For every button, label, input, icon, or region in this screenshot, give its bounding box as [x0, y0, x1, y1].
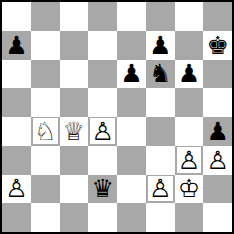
square-c6[interactable]	[60, 60, 89, 89]
square-c1[interactable]	[60, 203, 89, 232]
square-d3[interactable]	[88, 146, 117, 175]
square-g5[interactable]	[175, 88, 204, 117]
square-b7[interactable]	[31, 31, 60, 60]
square-a4[interactable]	[2, 117, 31, 146]
square-c7[interactable]	[60, 31, 89, 60]
square-a6[interactable]	[2, 60, 31, 89]
square-e5[interactable]	[117, 88, 146, 117]
square-a5[interactable]	[2, 88, 31, 117]
piece-black-pawn: ♟	[178, 61, 200, 86]
piece-black-pawn: ♟	[206, 119, 228, 144]
square-e8[interactable]	[117, 2, 146, 31]
piece-white-pawn: ♙	[178, 148, 200, 173]
piece-black-pawn: ♟	[5, 33, 27, 58]
square-d6[interactable]	[88, 60, 117, 89]
square-d7[interactable]	[88, 31, 117, 60]
square-h1[interactable]	[203, 203, 232, 232]
square-g7[interactable]	[175, 31, 204, 60]
piece-white-king: ♔	[178, 176, 200, 201]
square-h7[interactable]: ♚	[203, 31, 232, 60]
square-b1[interactable]	[31, 203, 60, 232]
square-f1[interactable]	[146, 203, 175, 232]
piece-white-queen: ♕	[63, 119, 85, 144]
square-h8[interactable]	[203, 2, 232, 31]
square-g1[interactable]	[175, 203, 204, 232]
square-b6[interactable]	[31, 60, 60, 89]
square-h5[interactable]	[203, 88, 232, 117]
square-d5[interactable]	[88, 88, 117, 117]
piece-black-queen: ♛	[91, 176, 113, 201]
square-e7[interactable]	[117, 31, 146, 60]
square-b5[interactable]	[31, 88, 60, 117]
square-d8[interactable]	[88, 2, 117, 31]
square-g2[interactable]: ♔	[175, 175, 204, 204]
square-b8[interactable]	[31, 2, 60, 31]
square-b2[interactable]	[31, 175, 60, 204]
square-c5[interactable]	[60, 88, 89, 117]
square-h3[interactable]: ♙	[203, 146, 232, 175]
piece-black-king: ♚	[206, 33, 228, 58]
square-f7[interactable]: ♟	[146, 31, 175, 60]
square-g8[interactable]	[175, 2, 204, 31]
square-e1[interactable]	[117, 203, 146, 232]
square-a7[interactable]: ♟	[2, 31, 31, 60]
piece-white-knight: ♘	[34, 119, 56, 144]
square-e6[interactable]: ♟	[117, 60, 146, 89]
square-d4[interactable]: ♙	[88, 117, 117, 146]
square-b4[interactable]: ♘	[31, 117, 60, 146]
diagram-frame: ♟♟♚♟♞♟♘♕♙♟♙♙♙♛♙♔	[0, 0, 234, 234]
square-a1[interactable]	[2, 203, 31, 232]
square-h6[interactable]	[203, 60, 232, 89]
square-c2[interactable]	[60, 175, 89, 204]
square-f8[interactable]	[146, 2, 175, 31]
piece-white-pawn: ♙	[149, 176, 171, 201]
chess-board: ♟♟♚♟♞♟♘♕♙♟♙♙♙♛♙♔	[2, 2, 232, 232]
square-a3[interactable]	[2, 146, 31, 175]
piece-black-pawn: ♟	[149, 33, 171, 58]
square-g4[interactable]	[175, 117, 204, 146]
piece-white-pawn: ♙	[91, 119, 113, 144]
square-f6[interactable]: ♞	[146, 60, 175, 89]
square-a2[interactable]: ♙	[2, 175, 31, 204]
square-e4[interactable]	[117, 117, 146, 146]
square-d2[interactable]: ♛	[88, 175, 117, 204]
piece-black-knight: ♞	[149, 61, 171, 86]
square-c3[interactable]	[60, 146, 89, 175]
square-e3[interactable]	[117, 146, 146, 175]
square-g3[interactable]: ♙	[175, 146, 204, 175]
square-a8[interactable]	[2, 2, 31, 31]
piece-black-pawn: ♟	[120, 61, 142, 86]
square-f3[interactable]	[146, 146, 175, 175]
square-c4[interactable]: ♕	[60, 117, 89, 146]
square-e2[interactable]	[117, 175, 146, 204]
square-h4[interactable]: ♟	[203, 117, 232, 146]
piece-white-pawn: ♙	[206, 148, 228, 173]
square-h2[interactable]	[203, 175, 232, 204]
square-f4[interactable]	[146, 117, 175, 146]
square-g6[interactable]: ♟	[175, 60, 204, 89]
square-f5[interactable]	[146, 88, 175, 117]
square-b3[interactable]	[31, 146, 60, 175]
square-f2[interactable]: ♙	[146, 175, 175, 204]
square-d1[interactable]	[88, 203, 117, 232]
square-c8[interactable]	[60, 2, 89, 31]
piece-white-pawn: ♙	[5, 176, 27, 201]
